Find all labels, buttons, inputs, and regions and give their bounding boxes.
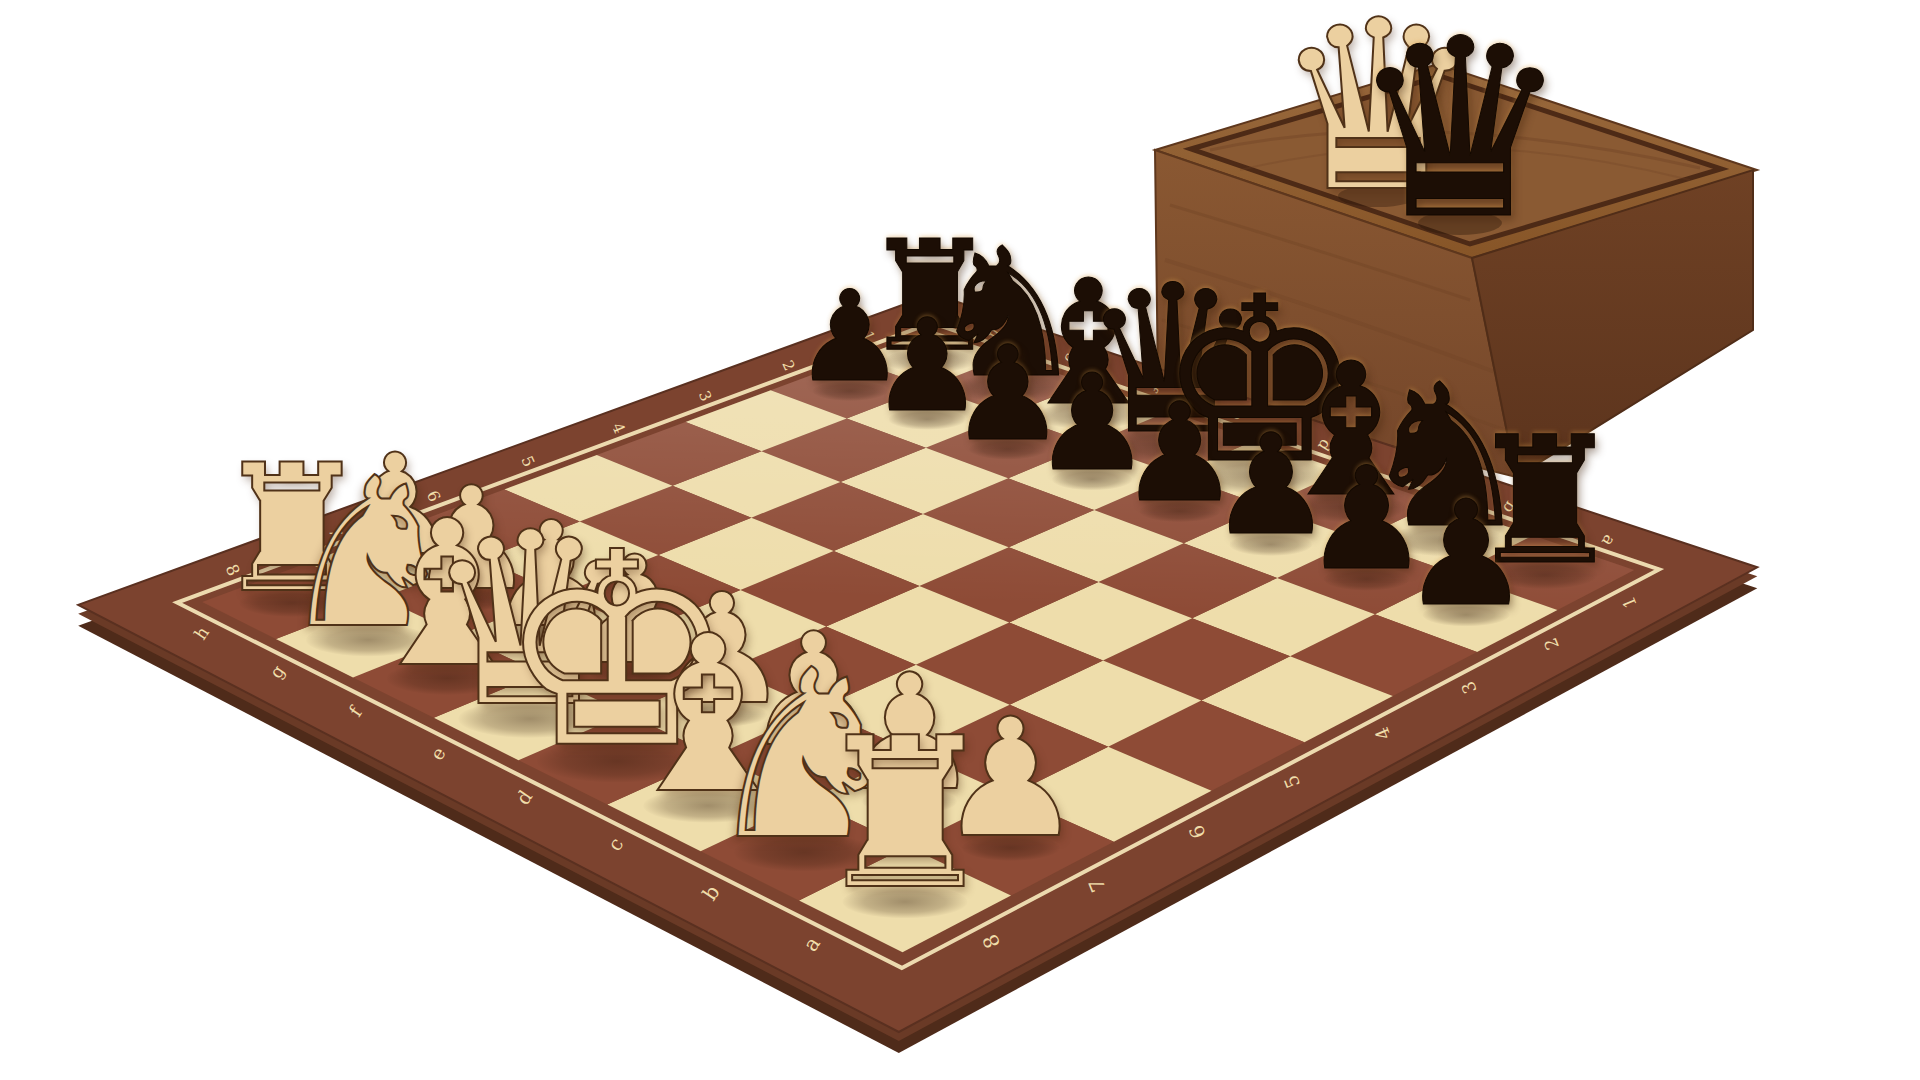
board-and-box-graphic: aabbccddeeffgghh1122334455667788 bbox=[0, 0, 1920, 1080]
scene: aabbccddeeffgghh1122334455667788 ♜♞♝♚♛♝♞… bbox=[0, 0, 1920, 1080]
